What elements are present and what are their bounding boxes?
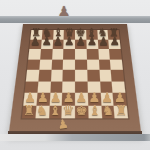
- piece-black-p-h7[interactable]: ♟: [110, 36, 120, 48]
- piece-white-n-b1[interactable]: ♞: [36, 103, 48, 117]
- square-e4[interactable]: [75, 70, 87, 81]
- table-front-edge: [0, 134, 150, 141]
- square-h6[interactable]: [109, 49, 122, 59]
- square-f4[interactable]: [87, 70, 100, 81]
- piece-black-p-e7[interactable]: ♟: [75, 36, 85, 48]
- piece-black-p-f7[interactable]: ♟: [87, 36, 97, 48]
- piece-black-p-c7[interactable]: ♟: [53, 36, 63, 48]
- piece-black-p-g7[interactable]: ♟: [98, 36, 108, 48]
- off-board-white-pawn[interactable]: ♟: [57, 118, 69, 131]
- piece-white-r-h1[interactable]: ♜: [115, 103, 127, 117]
- square-g4[interactable]: [99, 70, 112, 81]
- square-f5[interactable]: [87, 59, 99, 70]
- piece-white-r-a1[interactable]: ♜: [23, 103, 35, 117]
- piece-black-p-b7[interactable]: ♟: [41, 36, 51, 48]
- square-c5[interactable]: [51, 59, 63, 70]
- square-d5[interactable]: [63, 59, 75, 70]
- piece-white-b-f1[interactable]: ♝: [89, 103, 101, 117]
- square-b6[interactable]: [40, 49, 52, 59]
- piece-white-b-c1[interactable]: ♝: [49, 103, 61, 117]
- square-a5[interactable]: [27, 59, 40, 70]
- square-e6[interactable]: [75, 49, 87, 59]
- square-g5[interactable]: [98, 59, 111, 70]
- piece-black-p-a7[interactable]: ♟: [30, 36, 40, 48]
- square-e5[interactable]: [75, 59, 87, 70]
- square-a6[interactable]: [28, 49, 41, 59]
- square-a4[interactable]: [26, 70, 39, 81]
- square-c4[interactable]: [50, 70, 63, 81]
- square-h5[interactable]: [110, 59, 123, 70]
- square-f6[interactable]: [86, 49, 98, 59]
- square-g6[interactable]: [98, 49, 110, 59]
- piece-white-q-d1[interactable]: ♛: [62, 103, 74, 117]
- square-d4[interactable]: [63, 70, 75, 81]
- piece-white-n-g1[interactable]: ♞: [102, 103, 114, 117]
- square-c6[interactable]: [52, 49, 64, 59]
- square-h4[interactable]: [111, 70, 124, 81]
- square-b4[interactable]: [38, 70, 51, 81]
- square-d6[interactable]: [63, 49, 75, 59]
- square-b5[interactable]: [39, 59, 52, 70]
- table-back-edge: [0, 16, 150, 23]
- piece-white-k-e1[interactable]: ♚: [76, 103, 88, 117]
- chess-photo-scene: ♟ ♜♞♝♛♚♝♞♜♟♟♟♟♟♟♟♟♟♟♟♟♟♟♟♟♜♞♝♛♚♝♞♜♟: [0, 0, 150, 150]
- piece-black-p-d7[interactable]: ♟: [64, 36, 74, 48]
